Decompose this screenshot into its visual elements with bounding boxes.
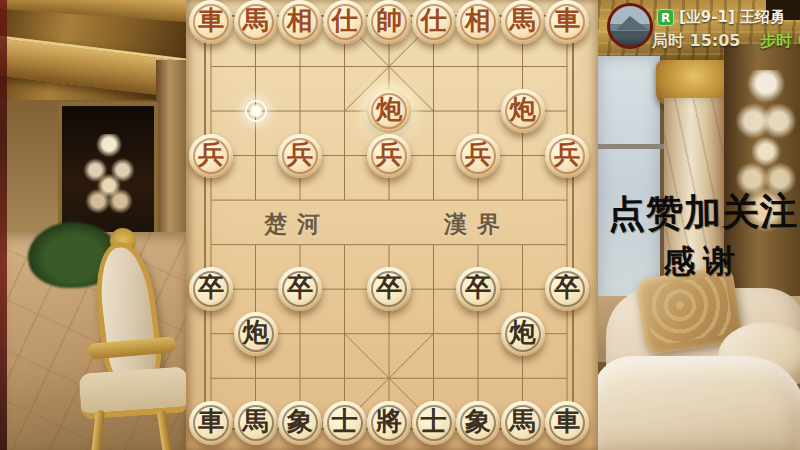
piece-red-車-r0c8[interactable]: 車 bbox=[545, 0, 589, 44]
piece-black-卒-r6c6[interactable]: 卒 bbox=[456, 267, 500, 311]
piece-glyph: 仕 bbox=[332, 8, 358, 34]
piece-glyph: 士 bbox=[332, 409, 358, 435]
piece-glyph: 炮 bbox=[510, 97, 536, 123]
streamer-info-overlay: R [业9-1] 王绍勇 局时 15:05 步时 00:30 bbox=[600, 0, 800, 56]
pillow-pattern bbox=[644, 274, 734, 346]
left-edge-curtain bbox=[0, 0, 7, 450]
piece-glyph: 兵 bbox=[554, 142, 580, 168]
piece-red-馬-r0c7[interactable]: 馬 bbox=[501, 0, 545, 44]
piece-glyph: 卒 bbox=[198, 275, 224, 301]
piece-red-車-r0c0[interactable]: 車 bbox=[189, 0, 233, 44]
piece-glyph: 炮 bbox=[243, 320, 269, 346]
piece-black-將-r9c4[interactable]: 將 bbox=[367, 401, 411, 445]
piece-black-士-r9c5[interactable]: 士 bbox=[412, 401, 456, 445]
gold-chair bbox=[58, 242, 176, 450]
piece-glyph: 炮 bbox=[510, 320, 536, 346]
piece-glyph: 仕 bbox=[421, 8, 447, 34]
piece-black-象-r9c6[interactable]: 象 bbox=[456, 401, 500, 445]
piece-black-卒-r6c4[interactable]: 卒 bbox=[367, 267, 411, 311]
piece-black-車-r9c0[interactable]: 車 bbox=[189, 401, 233, 445]
piece-red-仕-r0c3[interactable]: 仕 bbox=[323, 0, 367, 44]
streamer-name: [业9-1] 王绍勇 bbox=[679, 8, 785, 27]
chair-back bbox=[90, 239, 164, 383]
piece-glyph: 馬 bbox=[510, 8, 536, 34]
piece-red-炮-r2c4[interactable]: 炮 bbox=[367, 89, 411, 133]
piece-red-兵-r3c0[interactable]: 兵 bbox=[189, 134, 233, 178]
piece-glyph: 將 bbox=[376, 409, 402, 435]
piece-red-兵-r3c6[interactable]: 兵 bbox=[456, 134, 500, 178]
chair-leg bbox=[157, 410, 176, 450]
piece-glyph: 象 bbox=[287, 409, 313, 435]
piece-red-相-r0c6[interactable]: 相 bbox=[456, 0, 500, 44]
piece-glyph: 卒 bbox=[287, 275, 313, 301]
piece-glyph: 卒 bbox=[554, 275, 580, 301]
piece-glyph: 馬 bbox=[243, 409, 269, 435]
xiangqi-board[interactable]: 楚河 漢界 車馬相仕帥仕相馬車炮炮兵兵兵兵兵卒卒卒卒卒炮炮車馬象士將士象馬車 bbox=[186, 0, 598, 450]
piece-glyph: 車 bbox=[554, 8, 580, 34]
piece-glyph: 馬 bbox=[510, 409, 536, 435]
last-move-origin-marker bbox=[245, 100, 267, 122]
board-grid bbox=[186, 0, 598, 450]
game-clock: 局时 15:05 bbox=[652, 31, 741, 50]
piece-red-仕-r0c5[interactable]: 仕 bbox=[412, 0, 456, 44]
piece-black-卒-r6c8[interactable]: 卒 bbox=[545, 267, 589, 311]
piece-red-帥-r0c4[interactable]: 帥 bbox=[367, 0, 411, 44]
streamer-avatar[interactable] bbox=[607, 3, 653, 49]
piece-black-馬-r9c1[interactable]: 馬 bbox=[234, 401, 278, 445]
piece-red-馬-r0c1[interactable]: 馬 bbox=[234, 0, 278, 44]
piece-black-象-r9c2[interactable]: 象 bbox=[278, 401, 322, 445]
piece-glyph: 兵 bbox=[198, 142, 224, 168]
piece-black-車-r9c8[interactable]: 車 bbox=[545, 401, 589, 445]
piece-black-炮-r7c7[interactable]: 炮 bbox=[501, 312, 545, 356]
piece-glyph: 車 bbox=[554, 409, 580, 435]
piece-red-炮-r2c7[interactable]: 炮 bbox=[501, 89, 545, 133]
window-mullion bbox=[598, 144, 666, 149]
move-clock: 步时 00:30 bbox=[760, 31, 800, 50]
piece-glyph: 相 bbox=[287, 8, 313, 34]
piece-glyph: 馬 bbox=[243, 8, 269, 34]
piece-red-兵-r3c2[interactable]: 兵 bbox=[278, 134, 322, 178]
piece-red-兵-r3c8[interactable]: 兵 bbox=[545, 134, 589, 178]
piece-glyph: 相 bbox=[465, 8, 491, 34]
piece-glyph: 象 bbox=[465, 409, 491, 435]
piece-black-卒-r6c2[interactable]: 卒 bbox=[278, 267, 322, 311]
piece-glyph: 士 bbox=[421, 409, 447, 435]
piece-glyph: 帥 bbox=[376, 8, 402, 34]
piece-glyph: 車 bbox=[198, 409, 224, 435]
piece-red-兵-r3c4[interactable]: 兵 bbox=[367, 134, 411, 178]
piece-glyph: 兵 bbox=[287, 142, 313, 168]
chandelier-icon bbox=[734, 70, 798, 240]
chandelier-icon bbox=[78, 134, 140, 220]
piece-glyph: 卒 bbox=[376, 275, 402, 301]
couch-seat bbox=[598, 356, 800, 450]
chair-seat bbox=[79, 366, 186, 419]
dark-doorway bbox=[58, 102, 158, 234]
piece-glyph: 兵 bbox=[376, 142, 402, 168]
stream-frame: 楚河 漢界 車馬相仕帥仕相馬車炮炮兵兵兵兵兵卒卒卒卒卒炮炮車馬象士將士象馬車 R… bbox=[0, 0, 800, 450]
clock-row: 局时 15:05 步时 00:30 bbox=[652, 31, 800, 52]
piece-glyph: 兵 bbox=[465, 142, 491, 168]
piece-glyph: 卒 bbox=[465, 275, 491, 301]
background-right-interior bbox=[598, 0, 800, 450]
rank-badge-icon: R bbox=[657, 9, 674, 26]
avatar-landscape bbox=[616, 16, 648, 30]
piece-red-相-r0c2[interactable]: 相 bbox=[278, 0, 322, 44]
piece-black-士-r9c3[interactable]: 士 bbox=[323, 401, 367, 445]
piece-black-炮-r7c1[interactable]: 炮 bbox=[234, 312, 278, 356]
piece-black-馬-r9c7[interactable]: 馬 bbox=[501, 401, 545, 445]
background-left-interior bbox=[0, 0, 186, 450]
piece-black-卒-r6c0[interactable]: 卒 bbox=[189, 267, 233, 311]
piece-glyph: 車 bbox=[198, 8, 224, 34]
piece-glyph: 炮 bbox=[376, 97, 402, 123]
